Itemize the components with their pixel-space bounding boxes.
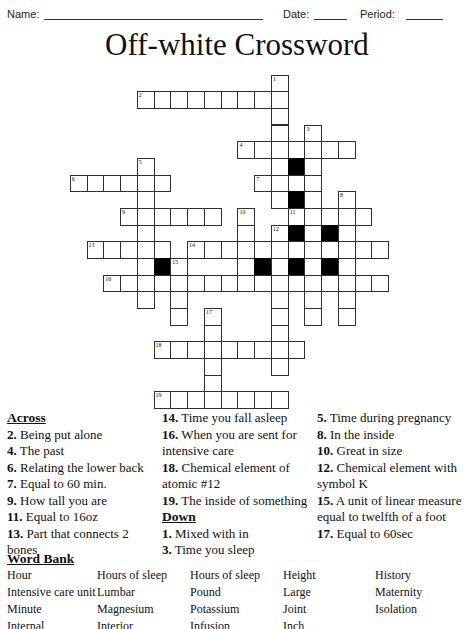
grid-cell-r19c5[interactable]: 19 [154, 391, 172, 409]
wordbank-item: Potassium [190, 601, 283, 618]
grid-cell-r6c14[interactable] [304, 175, 322, 193]
grid-cell-r10c2[interactable] [103, 241, 121, 259]
grid-cell-r12c4[interactable] [137, 275, 155, 293]
grid-cell-r19c10[interactable] [237, 391, 255, 409]
clue-number: 16. [162, 427, 178, 442]
cell-number-17: 17 [206, 309, 212, 316]
wordbank-item: Large [283, 584, 375, 601]
grid-cell-r16c5[interactable]: 18 [154, 341, 172, 359]
grid-cell-r12c14[interactable] [304, 275, 322, 293]
clue-down-17: 17. Equal to 60sec [317, 526, 471, 543]
black-cell-r11c13 [288, 258, 306, 276]
grid-cell-r10c4[interactable] [137, 241, 155, 259]
wordbank-item: Maternity [375, 584, 469, 601]
grid-cell-r16c7[interactable] [187, 341, 205, 359]
grid-cell-r12c7[interactable] [187, 275, 205, 293]
clue-down-12: 12. Chemical element with symbol K [317, 460, 471, 493]
grid-cell-r19c12[interactable] [271, 391, 289, 409]
clue-number: 15. [317, 493, 333, 508]
grid-cell-r10c1[interactable]: 13 [87, 241, 105, 259]
clue-down-15: 15. A unit of linear measure equal to tw… [317, 493, 471, 526]
grid-cell-r8c16[interactable] [338, 208, 356, 226]
grid-cell-r16c9[interactable] [221, 341, 239, 359]
cell-number-18: 18 [156, 342, 162, 349]
clue-number: 8. [317, 427, 327, 442]
grid-cell-r9c16[interactable] [338, 225, 356, 243]
clue-number: 12. [317, 460, 333, 475]
grid-cell-r17c12[interactable] [271, 358, 289, 376]
clue-down-8: 8. In the inside [317, 427, 471, 444]
black-cell-r9c15 [321, 225, 339, 243]
clue-number: 7. [7, 476, 17, 491]
grid-cell-r5c4[interactable]: 5 [137, 158, 155, 176]
grid-cell-r1c5[interactable] [154, 91, 172, 109]
grid-cell-r8c7[interactable] [187, 208, 205, 226]
wordbank-item: Intensive care unit [7, 584, 97, 601]
grid-cell-r8c14[interactable] [304, 208, 322, 226]
clue-number: 18. [162, 460, 178, 475]
black-cell-r7c13 [288, 191, 306, 209]
grid-cell-r4c15[interactable] [321, 141, 339, 159]
date-field[interactable] [314, 8, 347, 20]
cell-number-11: 11 [290, 209, 296, 216]
grid-cell-r12c13[interactable] [288, 275, 306, 293]
grid-cell-r10c12[interactable] [271, 241, 289, 259]
wordbank-header: Word Bank [7, 550, 469, 567]
grid-cell-r9c4[interactable] [137, 225, 155, 243]
clue-number: 6. [7, 460, 17, 475]
grid-cell-r6c13[interactable] [288, 175, 306, 193]
worksheet-header: Name: Date: Period: [0, 6, 474, 24]
grid-cell-r1c4[interactable]: 2 [137, 91, 155, 109]
grid-cell-r10c10[interactable] [237, 241, 255, 259]
wordbank-item: Isolation [375, 601, 469, 618]
black-cell-r11c11 [254, 258, 272, 276]
grid-cell-r14c16[interactable] [338, 308, 356, 326]
cell-number-6: 6 [72, 176, 75, 183]
wordbank-item: History [375, 567, 469, 584]
grid-cell-r14c8[interactable]: 17 [204, 308, 222, 326]
grid-cell-r10c7[interactable]: 14 [187, 241, 205, 259]
grid-cell-r7c16[interactable]: 8 [338, 191, 356, 209]
wordbank-empty [375, 618, 469, 629]
grid-cell-r8c8[interactable] [204, 208, 222, 226]
wordbank-item: Interior [97, 618, 190, 629]
grid-cell-r6c0[interactable]: 6 [70, 175, 88, 193]
clue-across-7: 7. Equal to 60 min. [7, 476, 157, 493]
clue-down-5: 5. Time during pregnancy [317, 410, 471, 427]
grid-cell-r12c6[interactable] [170, 275, 188, 293]
grid-cell-r10c8[interactable] [204, 241, 222, 259]
grid-cell-r12c5[interactable] [154, 275, 172, 293]
clue-number: 13. [7, 526, 23, 541]
crossword-grid: 12345678910111213141516171819 [70, 75, 389, 409]
grid-cell-r10c14[interactable] [304, 241, 322, 259]
grid-cell-r4c16[interactable] [338, 141, 356, 159]
grid-cell-r1c9[interactable] [221, 91, 239, 109]
grid-cell-r8c17[interactable] [355, 208, 373, 226]
grid-cell-r9c10[interactable] [237, 225, 255, 243]
grid-cell-r13c6[interactable] [170, 291, 188, 309]
grid-cell-r12c15[interactable] [321, 275, 339, 293]
grid-cell-r1c7[interactable] [187, 91, 205, 109]
grid-cell-r12c12[interactable] [271, 275, 289, 293]
grid-cell-r10c5[interactable] [154, 241, 172, 259]
clue-across-16: 16. When you are sent for intensive care [162, 427, 314, 460]
grid-cell-r11c4[interactable] [137, 258, 155, 276]
clue-number: 10. [317, 443, 333, 458]
grid-cell-r10c3[interactable] [120, 241, 138, 259]
down-header: Down [162, 509, 314, 526]
clue-number: 2. [7, 427, 17, 442]
cell-number-16: 16 [105, 276, 111, 283]
grid-cell-r10c18[interactable] [371, 241, 389, 259]
grid-cell-r17c8[interactable] [204, 358, 222, 376]
grid-cell-r2c12[interactable] [271, 108, 289, 126]
across-header: Across [7, 410, 157, 427]
wordbank-item: Infusion [190, 618, 283, 629]
grid-cell-r8c6[interactable] [170, 208, 188, 226]
clue-across-18: 18. Chemical element of atomic #12 [162, 460, 314, 493]
grid-cell-r12c10[interactable] [237, 275, 255, 293]
grid-cell-r16c13[interactable] [288, 341, 306, 359]
grid-cell-r15c12[interactable] [271, 325, 289, 343]
grid-cell-r13c14[interactable] [304, 291, 322, 309]
cell-number-19: 19 [156, 392, 162, 399]
clue-across-4: 4. The past [7, 443, 157, 460]
cell-number-3: 3 [306, 126, 309, 133]
clue-down-10: 10. Great in size [317, 443, 471, 460]
grid-cell-r7c14[interactable] [304, 191, 322, 209]
clue-number: 9. [7, 493, 17, 508]
grid-cell-r1c11[interactable] [254, 91, 272, 109]
grid-cell-r12c9[interactable] [221, 275, 239, 293]
grid-cell-r10c15[interactable] [321, 241, 339, 259]
grid-cell-r19c9[interactable] [221, 391, 239, 409]
grid-cell-r5c14[interactable] [304, 158, 322, 176]
name-label: Name: [7, 8, 39, 20]
grid-cell-r6c11[interactable]: 7 [254, 175, 272, 193]
cell-number-9: 9 [122, 209, 125, 216]
grid-cell-r8c4[interactable] [137, 208, 155, 226]
cell-number-10: 10 [239, 209, 245, 216]
cell-number-8: 8 [340, 192, 343, 199]
grid-cell-r12c17[interactable] [355, 275, 373, 293]
grid-cell-r12c11[interactable] [254, 275, 272, 293]
black-cell-r11c5 [154, 258, 172, 276]
clue-number: 17. [317, 526, 333, 541]
wordbank-item: Lumbar [97, 584, 190, 601]
grid-cell-r12c18[interactable] [371, 275, 389, 293]
crossword-worksheet: { "game": "crossword", "title": "Off-whi… [0, 0, 474, 629]
grid-cell-r12c2[interactable]: 16 [103, 275, 121, 293]
black-cell-r5c13 [288, 158, 306, 176]
grid-cell-r6c12[interactable] [271, 175, 289, 193]
clue-number: 5. [317, 410, 327, 425]
wordbank-item: Pound [190, 584, 283, 601]
grid-cell-r19c7[interactable] [187, 391, 205, 409]
wordbank-item: Height [283, 567, 375, 584]
grid-cell-r10c9[interactable] [221, 241, 239, 259]
clue-across-19: 19. The inside of something [162, 493, 314, 510]
date-label: Date: [283, 8, 309, 20]
cell-number-4: 4 [239, 142, 242, 149]
grid-cell-r9c14[interactable] [304, 225, 322, 243]
cell-number-1: 1 [273, 76, 276, 83]
black-cell-r11c15 [321, 258, 339, 276]
cell-number-14: 14 [189, 242, 195, 249]
grid-cell-r13c4[interactable] [137, 291, 155, 309]
grid-cell-r12c16[interactable] [338, 275, 356, 293]
clue-down-1: 1. Mixed with in [162, 526, 314, 543]
word-bank: Word Bank HourHours of sleepHours of sle… [7, 550, 469, 629]
grid-cell-r10c11[interactable] [254, 241, 272, 259]
grid-cell-r14c6[interactable] [170, 308, 188, 326]
grid-cell-r18c8[interactable] [204, 375, 222, 393]
grid-cell-r0c12[interactable]: 1 [271, 75, 289, 93]
grid-cell-r6c1[interactable] [87, 175, 105, 193]
grid-cell-r19c6[interactable] [170, 391, 188, 409]
grid-cell-r11c12[interactable] [271, 258, 289, 276]
page-title: Off-white Crossword [0, 28, 474, 62]
period-label: Period: [360, 8, 395, 20]
period-field[interactable] [406, 8, 443, 20]
clue-number: 1. [162, 526, 172, 541]
grid-cell-r8c15[interactable] [321, 208, 339, 226]
grid-cell-r1c10[interactable] [237, 91, 255, 109]
clue-across-2: 2. Being put alone [7, 427, 157, 444]
grid-cell-r1c12[interactable] [271, 91, 289, 109]
grid-cell-r10c17[interactable] [355, 241, 373, 259]
wordbank-item: Internal [7, 618, 97, 629]
grid-cell-r6c4[interactable] [137, 175, 155, 193]
grid-cell-r10c13[interactable] [288, 241, 306, 259]
grid-cell-r8c13[interactable]: 11 [288, 208, 306, 226]
clue-across-6: 6. Relating the lower back [7, 460, 157, 477]
wordbank-item: Joint [283, 601, 375, 618]
grid-cell-r1c6[interactable] [170, 91, 188, 109]
grid-cell-r16c8[interactable] [204, 341, 222, 359]
cell-number-13: 13 [89, 242, 95, 249]
grid-cell-r16c11[interactable] [254, 341, 272, 359]
cell-number-12: 12 [273, 226, 279, 233]
grid-cell-r10c16[interactable] [338, 241, 356, 259]
grid-cell-r9c12[interactable]: 12 [271, 225, 289, 243]
grid-cell-r16c10[interactable] [237, 341, 255, 359]
grid-cell-r11c14[interactable] [304, 258, 322, 276]
grid-cell-r7c4[interactable] [137, 191, 155, 209]
grid-cell-r4c14[interactable] [304, 141, 322, 159]
grid-cell-r8c10[interactable]: 10 [237, 208, 255, 226]
grid-cell-r11c16[interactable] [338, 258, 356, 276]
wordbank-item: Hours of sleep [97, 567, 190, 584]
wordbank-item: Hour [7, 567, 97, 584]
grid-cell-r4c13[interactable] [288, 141, 306, 159]
clue-across-9: 9. How tall you are [7, 493, 157, 510]
grid-cell-r14c14[interactable] [304, 308, 322, 326]
cell-number-7: 7 [256, 176, 259, 183]
clues-column-1: Across2. Being put alone4. The past6. Re… [7, 410, 157, 559]
grid-cell-r13c12[interactable] [271, 291, 289, 309]
clues-column-2: 14. Time you fall asleep16. When you are… [162, 410, 314, 559]
grid-cell-r16c6[interactable] [170, 341, 188, 359]
clues-column-3: 5. Time during pregnancy8. In the inside… [317, 410, 471, 542]
clue-number: 14. [162, 410, 178, 425]
cell-number-5: 5 [139, 159, 142, 166]
grid-cell-r13c16[interactable] [338, 291, 356, 309]
grid-cell-r14c12[interactable] [271, 308, 289, 326]
grid-cell-r6c3[interactable] [120, 175, 138, 193]
grid-cell-r11c10[interactable] [237, 258, 255, 276]
grid-cell-r8c5[interactable] [154, 208, 172, 226]
grid-cell-r3c12[interactable] [271, 125, 289, 143]
cell-number-15: 15 [172, 259, 178, 266]
wordbank-item: Hours of sleep [190, 567, 283, 584]
grid-cell-r8c3[interactable]: 9 [120, 208, 138, 226]
wordbank-item: Inch [283, 618, 375, 629]
wordbank-rows: HourHours of sleepHours of sleepHeightHi… [7, 567, 469, 629]
grid-cell-r6c2[interactable] [103, 175, 121, 193]
clue-number: 11. [7, 509, 23, 524]
grid-cell-r11c6[interactable]: 15 [170, 258, 188, 276]
clue-number: 19. [162, 493, 178, 508]
grid-cell-r7c12[interactable] [271, 191, 289, 209]
grid-cell-r3c14[interactable]: 3 [304, 125, 322, 143]
wordbank-item: Minute [7, 601, 97, 618]
clue-number: 4. [7, 443, 17, 458]
clue-across-14: 14. Time you fall asleep [162, 410, 314, 427]
grid-cell-r4c12[interactable] [271, 141, 289, 159]
grid-cell-r12c8[interactable] [204, 275, 222, 293]
name-field[interactable] [44, 8, 263, 20]
grid-cell-r19c11[interactable] [254, 391, 272, 409]
grid-cell-r16c12[interactable] [271, 341, 289, 359]
grid-cell-r15c8[interactable] [204, 325, 222, 343]
grid-cell-r4c11[interactable] [254, 141, 272, 159]
cell-number-2: 2 [139, 92, 142, 99]
wordbank-item: Magnesium [97, 601, 190, 618]
black-cell-r9c13 [288, 225, 306, 243]
clue-across-11: 11. Equal to 16oz [7, 509, 157, 526]
grid-cell-r12c3[interactable] [120, 275, 138, 293]
grid-cell-r6c5[interactable] [154, 175, 172, 193]
grid-cell-r1c8[interactable] [204, 91, 222, 109]
grid-cell-r4c10[interactable]: 4 [237, 141, 255, 159]
grid-cell-r5c12[interactable] [271, 158, 289, 176]
grid-cell-r19c8[interactable] [204, 391, 222, 409]
